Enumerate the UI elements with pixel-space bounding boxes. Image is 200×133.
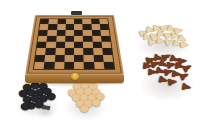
black-checkers-pile-piece[interactable]: ● [46,91,56,100]
board-square[interactable] [74,62,84,69]
board-square[interactable] [83,48,93,55]
hinge [71,11,82,15]
board-square[interactable] [103,62,114,69]
board-square[interactable] [45,55,55,62]
board-square[interactable] [84,55,94,62]
board-square[interactable] [102,48,112,55]
board-square[interactable] [55,48,65,55]
chessboard[interactable] [25,15,124,75]
board-square[interactable] [54,62,64,69]
board-square[interactable] [54,55,64,62]
board-square[interactable] [103,55,114,62]
natural-checkers-pile-piece[interactable]: ● [91,97,101,106]
board-front-edge [25,75,124,83]
brown-chess-pieces-pile-piece[interactable]: ♟ [180,81,193,93]
board-square[interactable] [45,48,55,55]
brass-latch[interactable] [71,73,79,80]
board-square[interactable] [64,55,74,62]
brown-chess-pieces-pile-piece[interactable]: ♟ [166,77,178,88]
board-square[interactable] [64,62,74,69]
board-frame [25,15,124,75]
natural-checkers-pile-piece[interactable]: ● [79,103,89,112]
light-chess-pieces-pile-piece[interactable]: ♟ [179,40,189,49]
board-grid [33,19,116,70]
black-checkers-pile-piece[interactable]: ● [20,101,30,110]
board-square[interactable] [64,48,74,55]
product-photo: ♟♟♟♟♟♟♟♟♟♟♟♟♟♟♟♟♟♟♟♟♟♟♟♟♟♟♟♟♟♟♟♟♟♟♟♟●●●●… [0,0,200,133]
board-square[interactable] [84,62,94,69]
board-square[interactable] [44,62,55,69]
board-square[interactable] [74,48,84,55]
board-square[interactable] [74,55,84,62]
